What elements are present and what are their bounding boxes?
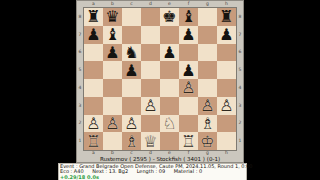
piece-black-bishop: ♝: [105, 26, 119, 43]
square-a1: ♖: [84, 132, 103, 150]
square-a6: [84, 44, 103, 62]
file-label: g: [198, 1, 217, 7]
square-f7: ♟: [179, 26, 198, 44]
piece-white-pawn: ♙: [86, 115, 100, 132]
piece-black-pawn: ♟: [86, 26, 100, 43]
rank-label: 1: [77, 132, 83, 150]
square-h2: [217, 115, 236, 133]
rank-label: 2: [77, 115, 83, 133]
piece-white-pawn: ♙: [124, 115, 138, 132]
material-balance: Material : 0: [174, 169, 202, 174]
rank-labels-left: 87654321: [77, 8, 83, 150]
rank-label: 6: [77, 44, 83, 62]
chess-board-frame: abcdefgh 87654321 ♜♛♚♝♜♟♝♟♟♟♞♟♟♟♙♙♙♙♙♙♙♘…: [76, 0, 244, 163]
piece-white-pawn: ♙: [181, 79, 195, 96]
square-h4: [217, 79, 236, 97]
square-d2: [141, 115, 160, 133]
square-e6: ♟: [160, 44, 179, 62]
piece-white-pawn: ♙: [143, 97, 157, 114]
square-g3: ♙: [198, 97, 217, 115]
square-f4: ♙: [179, 79, 198, 97]
chess-board: ♜♛♚♝♜♟♝♟♟♟♞♟♟♟♙♙♙♙♙♙♙♘♗♖♗♕♖♔: [84, 8, 236, 150]
piece-black-rook: ♜: [219, 8, 233, 25]
square-g8: [198, 8, 217, 26]
piece-white-queen: ♕: [143, 133, 157, 150]
piece-black-pawn: ♟: [124, 62, 138, 79]
square-f2: [179, 115, 198, 133]
piece-black-pawn: ♟: [219, 26, 233, 43]
square-a2: ♙: [84, 115, 103, 133]
piece-white-pawn: ♙: [219, 97, 233, 114]
piece-black-rook: ♜: [86, 8, 100, 25]
square-e2: ♘: [160, 115, 179, 133]
square-f3: [179, 97, 198, 115]
rank-label: 6: [237, 44, 243, 62]
square-a5: [84, 61, 103, 79]
square-h3: ♙: [217, 97, 236, 115]
game-caption: Event : Grand Belgrade Open Defense, Cau…: [58, 163, 247, 180]
piece-white-bishop: ♗: [200, 115, 214, 132]
square-e1: [160, 132, 179, 150]
square-b2: ♙: [103, 115, 122, 133]
square-d3: ♙: [141, 97, 160, 115]
square-a8: ♜: [84, 8, 103, 26]
square-h7: ♟: [217, 26, 236, 44]
square-a7: ♟: [84, 26, 103, 44]
file-label: e: [160, 1, 179, 7]
thumbnail-stage: abcdefgh 87654321 ♜♛♚♝♜♟♝♟♟♟♞♟♟♟♙♙♙♙♙♙♙♘…: [0, 0, 320, 180]
square-b3: [103, 97, 122, 115]
rank-label: 8: [77, 8, 83, 26]
square-e8: ♚: [160, 8, 179, 26]
game-length: Length : 09: [137, 169, 165, 174]
file-label: d: [141, 1, 160, 7]
piece-black-queen: ♛: [105, 8, 119, 25]
square-c2: ♙: [122, 115, 141, 133]
square-c3: [122, 97, 141, 115]
square-h1: [217, 132, 236, 150]
piece-white-king: ♔: [200, 133, 214, 150]
square-g1: ♔: [198, 132, 217, 150]
rank-label: 5: [77, 61, 83, 79]
piece-white-rook: ♖: [181, 133, 195, 150]
piece-black-king: ♚: [162, 8, 176, 25]
square-g7: [198, 26, 217, 44]
square-g2: ♗: [198, 115, 217, 133]
rank-label: 8: [237, 8, 243, 26]
square-b5: [103, 61, 122, 79]
square-h5: [217, 61, 236, 79]
square-b7: ♝: [103, 26, 122, 44]
square-g4: [198, 79, 217, 97]
rank-label: 1: [237, 132, 243, 150]
file-label: h: [217, 1, 236, 7]
piece-white-bishop: ♗: [124, 133, 138, 150]
piece-white-rook: ♖: [86, 133, 100, 150]
square-e4: [160, 79, 179, 97]
piece-black-bishop: ♝: [181, 8, 195, 25]
square-f6: [179, 44, 198, 62]
piece-white-pawn: ♙: [105, 115, 119, 132]
rank-label: 7: [237, 26, 243, 44]
square-b1: [103, 132, 122, 150]
piece-black-pawn: ♟: [105, 44, 119, 61]
rank-labels-right: 87654321: [237, 8, 243, 150]
square-b6: ♟: [103, 44, 122, 62]
piece-white-knight: ♘: [162, 115, 176, 132]
file-label: a: [84, 1, 103, 7]
square-d7: [141, 26, 160, 44]
square-a4: [84, 79, 103, 97]
rank-label: 7: [77, 26, 83, 44]
square-a3: [84, 97, 103, 115]
square-c6: ♞: [122, 44, 141, 62]
piece-black-knight: ♞: [124, 44, 138, 61]
rank-label: 3: [77, 97, 83, 115]
square-h8: ♜: [217, 8, 236, 26]
square-d5: [141, 61, 160, 79]
rank-label: 4: [77, 79, 83, 97]
file-label: b: [103, 1, 122, 7]
rank-label: 2: [237, 115, 243, 133]
square-d4: [141, 79, 160, 97]
square-e3: [160, 97, 179, 115]
square-f5: ♟: [179, 61, 198, 79]
rank-label: 3: [237, 97, 243, 115]
piece-white-pawn: ♙: [200, 97, 214, 114]
square-b8: ♛: [103, 8, 122, 26]
square-c5: ♟: [122, 61, 141, 79]
square-c1: ♗: [122, 132, 141, 150]
square-d1: ♕: [141, 132, 160, 150]
piece-black-pawn: ♟: [162, 44, 176, 61]
square-g6: [198, 44, 217, 62]
square-h6: [217, 44, 236, 62]
square-c7: [122, 26, 141, 44]
players-line: Rustemov ( 2595 ) - Stockfish ( 3401 ) (…: [76, 155, 244, 163]
square-b4: [103, 79, 122, 97]
square-e5: [160, 61, 179, 79]
square-c4: [122, 79, 141, 97]
square-f8: ♝: [179, 8, 198, 26]
square-g5: [198, 61, 217, 79]
square-d8: [141, 8, 160, 26]
piece-black-pawn: ♟: [181, 26, 195, 43]
piece-black-pawn: ♟: [181, 62, 195, 79]
rank-label: 5: [237, 61, 243, 79]
square-f1: ♖: [179, 132, 198, 150]
square-c8: [122, 8, 141, 26]
rank-label: 4: [237, 79, 243, 97]
square-e7: [160, 26, 179, 44]
engine-eval: +0.29/18 0.0s: [60, 175, 245, 180]
file-labels-top: abcdefgh: [84, 1, 236, 7]
square-d6: [141, 44, 160, 62]
file-label: c: [122, 1, 141, 7]
file-label: f: [179, 1, 198, 7]
